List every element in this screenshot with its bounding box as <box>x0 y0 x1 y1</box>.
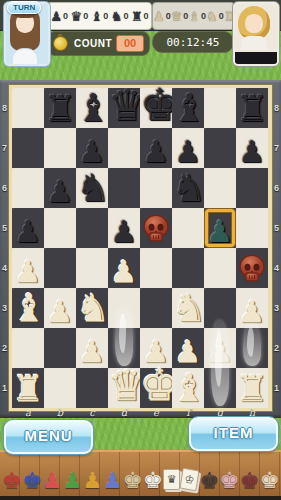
black-pawn-c7: ♟ <box>76 137 108 167</box>
move-count-panel: COUNT 00 <box>47 31 150 56</box>
queen-icon: ♛ <box>71 10 83 23</box>
skin-pink-king[interactable]: ♚ <box>220 470 239 492</box>
rook-icon: ♜ <box>131 10 143 23</box>
file-label-c: c <box>76 407 108 419</box>
bishop-icon: ♝ <box>91 10 103 23</box>
square-a6[interactable] <box>12 168 44 208</box>
smoke-effect <box>243 324 261 366</box>
square-b1[interactable] <box>44 368 76 408</box>
square-h2[interactable] <box>236 328 268 368</box>
smoke-effect <box>211 321 229 406</box>
piece-skin-tray: ♚♚♟♟♟♟♚♚♛♔♚♚♚♚ <box>0 450 281 496</box>
rank-label-7: 7 <box>0 128 9 168</box>
captured-knight: ♞0 <box>111 10 129 23</box>
square-f2[interactable]: ♟ <box>172 328 204 368</box>
file-label-d: d <box>108 407 140 419</box>
square-f1[interactable]: ♝ <box>172 368 204 408</box>
black-pawn-d5: ♟ <box>108 217 140 247</box>
square-d2[interactable] <box>108 328 140 368</box>
captured-count: 0 <box>144 11 149 21</box>
rank-label-2: 2 <box>272 328 281 368</box>
captured-knight: ♞0 <box>206 10 224 23</box>
skin-blue-monk[interactable]: ♟ <box>103 470 122 492</box>
square-a5[interactable]: ♟ <box>12 208 44 248</box>
square-h7[interactable]: ♟ <box>236 128 268 168</box>
skin-tan-king[interactable]: ♚ <box>123 470 142 492</box>
white-bishop-f1: ♝ <box>172 369 204 407</box>
black-rook-b8: ♜ <box>44 91 76 127</box>
black-pawn-a5: ♟ <box>12 217 44 247</box>
skin-beige-king[interactable]: ♚ <box>260 470 279 492</box>
square-b6[interactable]: ♟ <box>44 168 76 208</box>
rank-label-4: 4 <box>272 248 281 288</box>
file-label-b: b <box>44 407 76 419</box>
square-a2[interactable] <box>12 328 44 368</box>
skin-black-king[interactable]: ♚ <box>199 470 218 492</box>
skin-red-king[interactable]: ♚ <box>2 470 21 492</box>
black-queen-d8: ♛ <box>108 85 140 127</box>
avatar-dress <box>13 48 37 64</box>
square-c8[interactable]: ♝ <box>76 88 108 128</box>
square-b2[interactable] <box>44 328 76 368</box>
square-a7[interactable] <box>12 128 44 168</box>
knight-icon: ♞ <box>206 10 218 23</box>
captured-count: 0 <box>83 11 88 21</box>
rank-label-6: 6 <box>0 168 9 208</box>
square-b8[interactable]: ♜ <box>44 88 76 128</box>
skin-card-queen[interactable]: ♛ <box>163 469 180 490</box>
square-f6[interactable]: ♞ <box>172 168 204 208</box>
captured-bishop: ♝0 <box>91 10 109 23</box>
square-a8[interactable] <box>12 88 44 128</box>
count-value: 00 <box>116 35 144 52</box>
captured-count: 0 <box>103 11 108 21</box>
captured-count: 0 <box>63 11 68 21</box>
captured-rook: ♜0 <box>131 10 149 23</box>
captured-count: 0 <box>123 11 128 21</box>
skin-red-rabbit[interactable]: ♟ <box>42 470 61 492</box>
square-c1[interactable] <box>76 368 108 408</box>
square-f8[interactable]: ♝ <box>172 88 204 128</box>
skin-green-rabbit[interactable]: ♟ <box>62 470 81 492</box>
square-c2[interactable]: ♟ <box>76 328 108 368</box>
file-label-e: e <box>140 407 172 419</box>
captured-pawn: ♟0 <box>153 10 171 23</box>
square-d7[interactable] <box>108 128 140 168</box>
file-label-a: a <box>12 407 44 419</box>
square-b3[interactable]: ♟ <box>44 288 76 328</box>
square-f7[interactable]: ♟ <box>172 128 204 168</box>
rank-label-2: 2 <box>0 328 9 368</box>
rank-labels-left: 87654321 <box>0 88 9 408</box>
captured-bishop: ♝0 <box>188 10 206 23</box>
avatar-face <box>245 14 263 33</box>
game-timer-panel: 00:12:45 <box>152 31 234 53</box>
game-timer: 00:12:45 <box>167 36 220 49</box>
white-pawn-b3: ♟ <box>44 297 76 327</box>
square-c7[interactable]: ♟ <box>76 128 108 168</box>
player-right-avatar[interactable] <box>233 2 279 66</box>
white-pawn-d4: ♟ <box>108 257 140 287</box>
square-e4[interactable] <box>140 248 172 288</box>
rank-label-5: 5 <box>0 208 9 248</box>
white-pawn-c2: ♟ <box>76 337 108 367</box>
captured-pieces-tray-left: ♟0♛0♝0♞0♜0 <box>47 2 152 30</box>
square-e8[interactable]: ♚ <box>140 88 172 128</box>
pawn-icon: ♟ <box>153 10 165 23</box>
captured-pieces-tray-right: ♟0♛0♝0♞0♜0 <box>152 2 235 30</box>
square-d4[interactable]: ♟ <box>108 248 140 288</box>
stopwatch-icon <box>53 36 68 51</box>
selection-frame <box>205 209 235 247</box>
square-g4[interactable] <box>204 248 236 288</box>
square-e6[interactable] <box>140 168 172 208</box>
pawn-icon: ♟ <box>50 10 62 23</box>
square-d1[interactable]: ♛ <box>108 368 140 408</box>
rank-label-8: 8 <box>272 88 281 128</box>
square-h8[interactable]: ♜ <box>236 88 268 128</box>
square-e1[interactable]: ♚ <box>140 368 172 408</box>
skin-white-king[interactable]: ♚ <box>143 470 162 492</box>
rank-label-4: 4 <box>0 248 9 288</box>
white-rook-a1: ♜ <box>12 371 44 407</box>
square-g5[interactable]: ♟ <box>204 208 236 248</box>
square-g8[interactable] <box>204 88 236 128</box>
white-bishop-a3: ♝ <box>12 289 44 327</box>
square-h4[interactable] <box>236 248 268 288</box>
white-rook-h1: ♜ <box>236 371 268 407</box>
square-h1[interactable]: ♜ <box>236 368 268 408</box>
white-pawn-a4: ♟ <box>12 257 44 287</box>
capture-skull-icon <box>141 214 171 244</box>
black-bishop-f8: ♝ <box>172 89 204 127</box>
black-pawn-b6: ♟ <box>44 177 76 207</box>
square-e5[interactable] <box>140 208 172 248</box>
knight-icon: ♞ <box>111 10 123 23</box>
count-label: COUNT <box>74 38 112 49</box>
black-rook-h8: ♜ <box>236 91 268 127</box>
black-king-e8: ♚ <box>140 83 172 127</box>
turn-badge: TURN <box>7 1 41 14</box>
avatar-body <box>241 36 267 50</box>
square-c5[interactable] <box>76 208 108 248</box>
white-pawn-e2: ♟ <box>140 337 172 367</box>
square-a4[interactable]: ♟ <box>12 248 44 288</box>
skin-maroon-king[interactable]: ♚ <box>240 470 259 492</box>
skin-card-king[interactable]: ♔ <box>180 468 200 491</box>
square-d5[interactable]: ♟ <box>108 208 140 248</box>
square-d8[interactable]: ♛ <box>108 88 140 128</box>
captured-queen: ♛0 <box>171 10 189 23</box>
rank-label-6: 6 <box>272 168 281 208</box>
square-f4[interactable] <box>172 248 204 288</box>
skin-blue-king[interactable]: ♚ <box>22 470 41 492</box>
captured-pawn: ♟0 <box>50 10 68 23</box>
white-king-e1: ♚ <box>140 363 172 407</box>
avatar-nameplate <box>235 52 277 64</box>
square-c6[interactable]: ♞ <box>76 168 108 208</box>
black-knight-f6: ♞ <box>172 169 204 207</box>
black-bishop-c8: ♝ <box>76 89 108 127</box>
square-c3[interactable]: ♞ <box>76 288 108 328</box>
rank-label-1: 1 <box>272 368 281 408</box>
square-h5[interactable] <box>236 208 268 248</box>
chess-board[interactable]: ♜♝♛♚♝♜♟♟♟♟♟♞♞♟♟♟♟♟♝♟♞♞♟♟♟♟♟♜♛♚♝♜ <box>12 88 268 408</box>
rank-label-7: 7 <box>272 128 281 168</box>
black-pawn-h7: ♟ <box>236 137 268 167</box>
white-queen-d1: ♛ <box>108 365 140 407</box>
chess-game-screen: TURN ♟0♛0♝0♞0♜0 ♟0♛0♝0♞0♜0 COUNT 00 00:1… <box>0 0 281 500</box>
queen-icon: ♛ <box>171 10 183 23</box>
square-b4[interactable] <box>44 248 76 288</box>
square-e2[interactable]: ♟ <box>140 328 172 368</box>
square-b7[interactable] <box>44 128 76 168</box>
white-pawn-f2: ♟ <box>172 337 204 367</box>
menu-button[interactable]: MENU <box>4 420 93 454</box>
square-g6[interactable] <box>204 168 236 208</box>
square-d6[interactable] <box>108 168 140 208</box>
smoke-effect <box>115 308 133 366</box>
captured-queen: ♛0 <box>71 10 89 23</box>
square-h6[interactable] <box>236 168 268 208</box>
rank-label-1: 1 <box>0 368 9 408</box>
white-knight-f3: ♞ <box>172 289 204 327</box>
square-g1[interactable] <box>204 368 236 408</box>
rank-labels-right: 87654321 <box>272 88 281 408</box>
square-a3[interactable]: ♝ <box>12 288 44 328</box>
square-f5[interactable] <box>172 208 204 248</box>
black-pawn-e7: ♟ <box>140 137 172 167</box>
rank-label-3: 3 <box>272 288 281 328</box>
black-knight-c6: ♞ <box>76 169 108 207</box>
square-e7[interactable]: ♟ <box>140 128 172 168</box>
white-pawn-h3: ♟ <box>236 297 268 327</box>
rank-label-8: 8 <box>0 88 9 128</box>
board-frame: ♜♝♛♚♝♜♟♟♟♟♟♞♞♟♟♟♟♟♝♟♞♞♟♟♟♟♟♜♛♚♝♜ 8765432… <box>0 80 281 418</box>
square-c4[interactable] <box>76 248 108 288</box>
white-knight-c3: ♞ <box>76 289 108 327</box>
skin-gold-monk[interactable]: ♟ <box>83 470 102 492</box>
bishop-icon: ♝ <box>188 10 200 23</box>
square-b5[interactable] <box>44 208 76 248</box>
rank-label-3: 3 <box>0 288 9 328</box>
black-pawn-g5: ♟ <box>204 217 236 247</box>
capture-skull-icon <box>237 254 267 284</box>
item-button[interactable]: ITEM <box>189 417 278 451</box>
square-h3[interactable]: ♟ <box>236 288 268 328</box>
square-f3[interactable]: ♞ <box>172 288 204 328</box>
square-e3[interactable] <box>140 288 172 328</box>
black-pawn-f7: ♟ <box>172 137 204 167</box>
bottom-strip <box>0 496 281 500</box>
rank-label-5: 5 <box>272 208 281 248</box>
square-a1[interactable]: ♜ <box>12 368 44 408</box>
square-g7[interactable] <box>204 128 236 168</box>
